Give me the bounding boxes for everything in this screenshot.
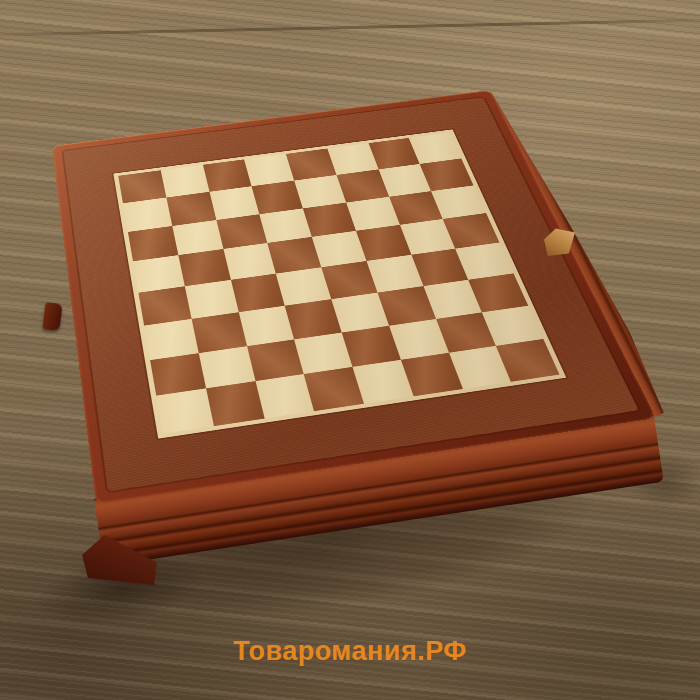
watermark-text: Товаромания.РФ bbox=[233, 636, 467, 667]
table-plank-seam bbox=[0, 18, 700, 36]
product-photo: Товаромания.РФ bbox=[0, 0, 700, 700]
square-b1 bbox=[206, 381, 264, 426]
hinge-knuckle-left bbox=[42, 302, 62, 331]
square-a1 bbox=[156, 389, 213, 434]
chess-board-grid bbox=[118, 133, 559, 434]
board-border-line bbox=[113, 129, 566, 438]
